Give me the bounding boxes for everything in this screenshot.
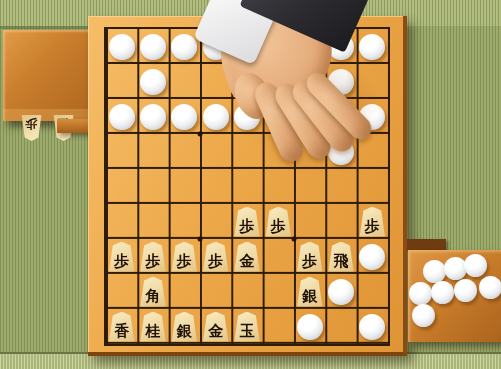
shogi-piece[interactable]: 金	[202, 312, 229, 342]
captured-piece-pawn[interactable]: 歩	[21, 115, 42, 141]
shogi-piece[interactable]: 歩	[171, 242, 198, 272]
star-point	[198, 132, 203, 137]
cell-r6c8[interactable]	[325, 204, 356, 239]
cell-r7c4[interactable]: 歩	[200, 239, 231, 274]
shogi-piece[interactable]: 銀	[171, 312, 198, 342]
cell-r1c1[interactable]	[106, 29, 137, 64]
cell-r8c7[interactable]: 銀	[294, 274, 325, 309]
cell-r2c3[interactable]	[169, 64, 200, 99]
cell-r8c5[interactable]	[231, 274, 262, 309]
cell-r2c2[interactable]	[137, 64, 168, 99]
white-go-stone[interactable]	[140, 34, 166, 60]
cell-r3c3[interactable]	[169, 99, 200, 134]
cell-r7c6[interactable]	[263, 239, 294, 274]
tatami-seam	[0, 26, 95, 29]
cell-r7c1[interactable]: 歩	[106, 239, 137, 274]
cell-r7c8[interactable]: 飛	[325, 239, 356, 274]
white-go-stone[interactable]	[297, 314, 323, 340]
cell-r9c5[interactable]: 玉	[231, 309, 262, 344]
cell-r4c4[interactable]	[200, 134, 231, 169]
shogi-piece[interactable]: 歩	[296, 242, 323, 272]
cell-r9c8[interactable]	[325, 309, 356, 344]
cell-r9c2[interactable]: 桂	[137, 309, 168, 344]
shogi-piece[interactable]: 歩	[108, 242, 135, 272]
shogi-piece[interactable]: 飛	[327, 242, 354, 272]
cell-r8c3[interactable]	[169, 274, 200, 309]
shogi-piece[interactable]: 香	[108, 312, 135, 342]
cell-r6c1[interactable]	[106, 204, 137, 239]
cell-r9c3[interactable]: 銀	[169, 309, 200, 344]
cell-r3c1[interactable]	[106, 99, 137, 134]
white-go-stone[interactable]	[203, 104, 229, 130]
cell-r3c4[interactable]	[200, 99, 231, 134]
tray-go-stone[interactable]	[464, 254, 487, 277]
tray-go-stone[interactable]	[431, 281, 454, 304]
cell-r6c2[interactable]	[137, 204, 168, 239]
shogi-piece[interactable]: 歩	[139, 242, 166, 272]
white-go-stone[interactable]	[359, 34, 385, 60]
cell-r7c3[interactable]: 歩	[169, 239, 200, 274]
cell-r8c9[interactable]	[357, 274, 388, 309]
shogi-piece[interactable]: 銀	[296, 277, 323, 307]
tray-go-stone[interactable]	[409, 282, 432, 305]
cell-r6c6[interactable]: 歩	[263, 204, 294, 239]
cell-r4c1[interactable]	[106, 134, 137, 169]
stone-tray	[408, 250, 501, 342]
cell-r6c4[interactable]	[200, 204, 231, 239]
cell-r9c1[interactable]: 香	[106, 309, 137, 344]
white-go-stone[interactable]	[328, 279, 354, 305]
captured-piece-stand: 歩 桂	[3, 30, 93, 121]
cell-r8c4[interactable]	[200, 274, 231, 309]
shogi-piece[interactable]: 桂	[139, 312, 166, 342]
white-go-stone[interactable]	[140, 69, 166, 95]
cell-r8c6[interactable]	[263, 274, 294, 309]
shogi-piece[interactable]: 金	[233, 242, 260, 272]
shogi-piece[interactable]: 角	[139, 277, 166, 307]
white-go-stone[interactable]	[109, 34, 135, 60]
cell-r6c7[interactable]	[294, 204, 325, 239]
cell-r5c3[interactable]	[169, 169, 200, 204]
cell-r8c8[interactable]	[325, 274, 356, 309]
shogi-piece[interactable]: 玉	[233, 312, 260, 342]
cell-r4c2[interactable]	[137, 134, 168, 169]
cell-r7c9[interactable]	[357, 239, 388, 274]
tray-go-stone[interactable]	[454, 279, 477, 302]
shogi-piece[interactable]: 歩	[202, 242, 229, 272]
white-go-stone[interactable]	[109, 104, 135, 130]
white-go-stone[interactable]	[171, 104, 197, 130]
white-go-stone[interactable]	[171, 34, 197, 60]
cell-r9c6[interactable]	[263, 309, 294, 344]
cell-r9c4[interactable]: 金	[200, 309, 231, 344]
scene: 歩 桂 歩歩歩歩歩歩歩金歩飛角銀香桂銀金玉	[0, 0, 501, 369]
cell-r2c1[interactable]	[106, 64, 137, 99]
cell-r5c1[interactable]	[106, 169, 137, 204]
tray-go-stone[interactable]	[423, 260, 446, 283]
cell-r6c3[interactable]	[169, 204, 200, 239]
cell-r4c3[interactable]	[169, 134, 200, 169]
cell-r9c9[interactable]	[357, 309, 388, 344]
cell-r7c7[interactable]: 歩	[294, 239, 325, 274]
cell-r5c2[interactable]	[137, 169, 168, 204]
cell-r6c9[interactable]: 歩	[357, 204, 388, 239]
cell-r5c4[interactable]	[200, 169, 231, 204]
cell-r6c5[interactable]: 歩	[231, 204, 262, 239]
cell-r5c5[interactable]	[231, 169, 262, 204]
cell-r5c9[interactable]	[357, 169, 388, 204]
tray-go-stone[interactable]	[479, 276, 501, 299]
cell-r8c1[interactable]	[106, 274, 137, 309]
cell-r7c2[interactable]: 歩	[137, 239, 168, 274]
shogi-piece[interactable]: 歩	[265, 207, 292, 237]
cell-r1c2[interactable]	[137, 29, 168, 64]
star-point	[198, 237, 203, 242]
star-point	[292, 237, 297, 242]
shogi-piece[interactable]: 歩	[233, 207, 260, 237]
cell-r8c2[interactable]: 角	[137, 274, 168, 309]
white-go-stone[interactable]	[140, 104, 166, 130]
cell-r7c5[interactable]: 金	[231, 239, 262, 274]
white-go-stone[interactable]	[359, 314, 385, 340]
white-go-stone[interactable]	[359, 244, 385, 270]
shogi-piece[interactable]: 歩	[359, 207, 386, 237]
cell-r9c7[interactable]	[294, 309, 325, 344]
tray-go-stone[interactable]	[412, 304, 435, 327]
cell-r3c2[interactable]	[137, 99, 168, 134]
